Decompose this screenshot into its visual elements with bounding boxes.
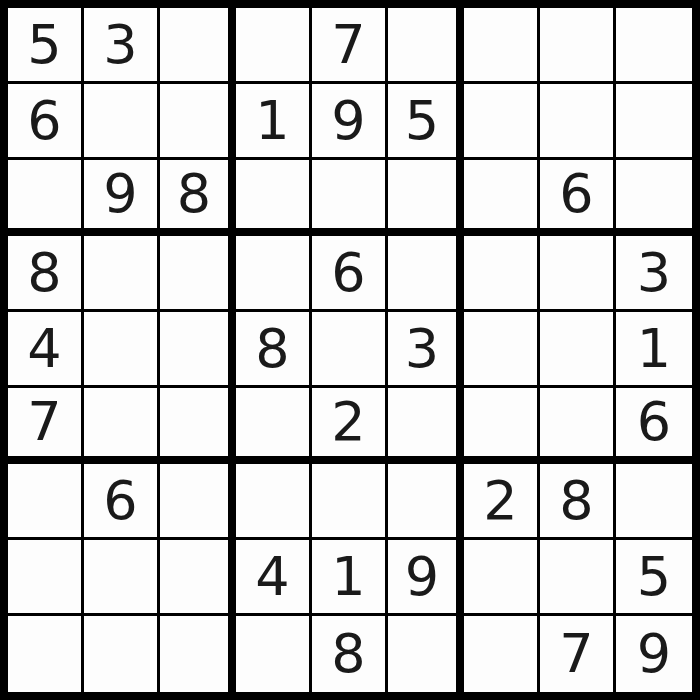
sudoku-cell[interactable] bbox=[8, 616, 84, 692]
sudoku-cell[interactable]: 8 bbox=[160, 160, 236, 236]
sudoku-cell[interactable] bbox=[464, 84, 540, 160]
sudoku-cell[interactable] bbox=[160, 236, 236, 312]
sudoku-cell[interactable] bbox=[540, 388, 616, 464]
sudoku-cell[interactable] bbox=[236, 236, 312, 312]
sudoku-cell[interactable] bbox=[388, 388, 464, 464]
sudoku-cell[interactable] bbox=[616, 8, 692, 84]
sudoku-cell[interactable] bbox=[616, 84, 692, 160]
sudoku-cell[interactable] bbox=[84, 236, 160, 312]
sudoku-cell[interactable]: 4 bbox=[8, 312, 84, 388]
sudoku-cell[interactable] bbox=[388, 616, 464, 692]
sudoku-cell[interactable]: 7 bbox=[8, 388, 84, 464]
sudoku-cell[interactable]: 4 bbox=[236, 540, 312, 616]
sudoku-cell[interactable]: 6 bbox=[84, 464, 160, 540]
sudoku-cell[interactable] bbox=[236, 464, 312, 540]
sudoku-cell[interactable]: 8 bbox=[8, 236, 84, 312]
sudoku-cell[interactable] bbox=[312, 312, 388, 388]
sudoku-cell[interactable] bbox=[160, 464, 236, 540]
sudoku-cell[interactable]: 9 bbox=[312, 84, 388, 160]
sudoku-cell[interactable] bbox=[540, 236, 616, 312]
sudoku-cell[interactable]: 6 bbox=[312, 236, 388, 312]
sudoku-cell[interactable]: 7 bbox=[540, 616, 616, 692]
sudoku-cell[interactable] bbox=[84, 388, 160, 464]
sudoku-cell[interactable] bbox=[540, 84, 616, 160]
sudoku-cell[interactable] bbox=[8, 540, 84, 616]
sudoku-cell[interactable] bbox=[388, 160, 464, 236]
sudoku-cell[interactable] bbox=[616, 160, 692, 236]
sudoku-cell[interactable] bbox=[160, 540, 236, 616]
sudoku-cell[interactable] bbox=[464, 616, 540, 692]
sudoku-cell[interactable] bbox=[8, 464, 84, 540]
sudoku-cell[interactable] bbox=[236, 388, 312, 464]
sudoku-cell[interactable]: 1 bbox=[616, 312, 692, 388]
sudoku-cell[interactable] bbox=[312, 160, 388, 236]
sudoku-cell[interactable]: 6 bbox=[8, 84, 84, 160]
sudoku-cell[interactable]: 9 bbox=[84, 160, 160, 236]
sudoku-cell[interactable]: 1 bbox=[312, 540, 388, 616]
sudoku-cell[interactable]: 1 bbox=[236, 84, 312, 160]
sudoku-cell[interactable] bbox=[160, 8, 236, 84]
sudoku-cell[interactable] bbox=[84, 84, 160, 160]
sudoku-cell[interactable] bbox=[464, 312, 540, 388]
sudoku-cell[interactable] bbox=[160, 616, 236, 692]
sudoku-cell[interactable] bbox=[312, 464, 388, 540]
sudoku-cell[interactable] bbox=[464, 388, 540, 464]
sudoku-cell[interactable] bbox=[388, 464, 464, 540]
sudoku-cell[interactable] bbox=[388, 8, 464, 84]
sudoku-cell[interactable] bbox=[8, 160, 84, 236]
sudoku-cell[interactable] bbox=[464, 236, 540, 312]
sudoku-cell[interactable]: 6 bbox=[616, 388, 692, 464]
sudoku-cell[interactable]: 3 bbox=[388, 312, 464, 388]
sudoku-cell[interactable]: 6 bbox=[540, 160, 616, 236]
sudoku-cell[interactable] bbox=[464, 8, 540, 84]
sudoku-cell[interactable] bbox=[464, 540, 540, 616]
sudoku-cell[interactable]: 5 bbox=[388, 84, 464, 160]
sudoku-cell[interactable] bbox=[616, 464, 692, 540]
sudoku-cell[interactable]: 2 bbox=[464, 464, 540, 540]
sudoku-cell[interactable]: 9 bbox=[616, 616, 692, 692]
sudoku-cell[interactable] bbox=[540, 8, 616, 84]
sudoku-cell[interactable] bbox=[464, 160, 540, 236]
sudoku-cell[interactable] bbox=[160, 388, 236, 464]
sudoku-cell[interactable] bbox=[236, 616, 312, 692]
sudoku-cell[interactable]: 7 bbox=[312, 8, 388, 84]
sudoku-board: 537619598686348317266284195879 bbox=[0, 0, 700, 700]
sudoku-cell[interactable]: 5 bbox=[8, 8, 84, 84]
sudoku-cell[interactable]: 3 bbox=[616, 236, 692, 312]
sudoku-cell[interactable] bbox=[84, 616, 160, 692]
sudoku-cell[interactable] bbox=[236, 160, 312, 236]
sudoku-cell[interactable] bbox=[540, 540, 616, 616]
sudoku-cell[interactable]: 8 bbox=[236, 312, 312, 388]
sudoku-cell[interactable]: 8 bbox=[540, 464, 616, 540]
sudoku-cell[interactable]: 2 bbox=[312, 388, 388, 464]
sudoku-cell[interactable] bbox=[160, 312, 236, 388]
sudoku-cell[interactable] bbox=[540, 312, 616, 388]
sudoku-cell[interactable] bbox=[84, 312, 160, 388]
sudoku-cell[interactable] bbox=[160, 84, 236, 160]
sudoku-cell[interactable] bbox=[84, 540, 160, 616]
sudoku-cell[interactable]: 5 bbox=[616, 540, 692, 616]
sudoku-cell[interactable] bbox=[236, 8, 312, 84]
sudoku-cell[interactable]: 3 bbox=[84, 8, 160, 84]
sudoku-cell[interactable]: 8 bbox=[312, 616, 388, 692]
sudoku-cell[interactable]: 9 bbox=[388, 540, 464, 616]
sudoku-cell[interactable] bbox=[388, 236, 464, 312]
